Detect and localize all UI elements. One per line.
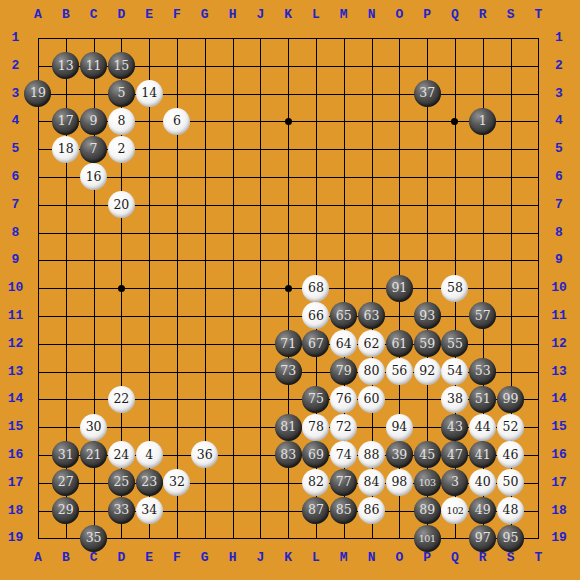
stone-black-29: 29 (52, 497, 79, 524)
stone-white-52: 52 (497, 414, 524, 441)
move-number: 55 (447, 338, 463, 351)
move-number: 59 (419, 338, 435, 351)
move-number: 17 (58, 115, 74, 128)
move-number: 67 (308, 338, 324, 351)
stone-black-61: 61 (386, 330, 413, 357)
move-number: 48 (503, 504, 519, 517)
move-number: 68 (308, 282, 324, 295)
move-number: 89 (419, 504, 435, 517)
move-number: 93 (419, 310, 435, 323)
move-number: 2 (117, 143, 125, 156)
stone-black-63: 63 (358, 302, 385, 329)
move-number: 52 (503, 421, 519, 434)
move-number: 54 (447, 365, 463, 378)
move-number: 103 (419, 478, 436, 488)
move-number: 86 (364, 504, 380, 517)
stone-black-1: 1 (469, 108, 496, 135)
move-number: 60 (364, 393, 380, 406)
move-number: 102 (447, 506, 464, 516)
move-number: 9 (90, 115, 98, 128)
move-number: 35 (86, 532, 102, 545)
stone-white-66: 66 (302, 302, 329, 329)
move-number: 57 (475, 310, 491, 323)
stone-black-59: 59 (414, 330, 441, 357)
move-number: 53 (475, 365, 491, 378)
stone-white-76: 76 (330, 386, 357, 413)
move-number: 83 (280, 449, 296, 462)
stone-white-16: 16 (80, 163, 107, 190)
move-number: 1 (479, 115, 487, 128)
stone-black-53: 53 (469, 358, 496, 385)
stone-black-55: 55 (441, 330, 468, 357)
move-number: 72 (336, 421, 352, 434)
move-number: 41 (475, 449, 491, 462)
stone-white-62: 62 (358, 330, 385, 357)
move-number: 78 (308, 421, 324, 434)
stone-black-11: 11 (80, 52, 107, 79)
stone-black-3: 3 (441, 469, 468, 496)
stone-white-84: 84 (358, 469, 385, 496)
move-number: 80 (364, 365, 380, 378)
move-number: 61 (391, 338, 407, 351)
move-number: 46 (503, 449, 519, 462)
move-number: 84 (364, 476, 380, 489)
move-number: 88 (364, 449, 380, 462)
move-number: 30 (86, 421, 102, 434)
stone-black-71: 71 (275, 330, 302, 357)
stone-white-58: 58 (441, 275, 468, 302)
move-number: 63 (364, 310, 380, 323)
move-number: 81 (280, 421, 296, 434)
move-number: 27 (58, 476, 74, 489)
move-number: 6 (173, 115, 181, 128)
stone-white-2: 2 (108, 136, 135, 163)
move-number: 43 (447, 421, 463, 434)
move-number: 50 (503, 476, 519, 489)
stone-white-18: 18 (52, 136, 79, 163)
move-number: 23 (141, 476, 157, 489)
stone-white-24: 24 (108, 441, 135, 468)
stone-black-35: 35 (80, 525, 107, 552)
move-number: 5 (117, 87, 125, 100)
move-number: 32 (169, 476, 185, 489)
stone-black-37: 37 (414, 80, 441, 107)
stone-white-46: 46 (497, 441, 524, 468)
stone-white-8: 8 (108, 108, 135, 135)
stone-black-5: 5 (108, 80, 135, 107)
move-number: 11 (86, 60, 102, 73)
stone-black-17: 17 (52, 108, 79, 135)
stone-black-43: 43 (441, 414, 468, 441)
move-number: 101 (419, 534, 436, 544)
stone-black-25: 25 (108, 469, 135, 496)
stone-black-19: 19 (24, 80, 51, 107)
stone-black-65: 65 (330, 302, 357, 329)
move-number: 44 (475, 421, 491, 434)
stone-white-64: 64 (330, 330, 357, 357)
move-number: 74 (336, 449, 352, 462)
stone-white-92: 92 (414, 358, 441, 385)
stone-white-102: 102 (441, 497, 468, 524)
move-number: 22 (113, 393, 129, 406)
move-number: 4 (145, 449, 153, 462)
move-number: 18 (58, 143, 74, 156)
move-number: 82 (308, 476, 324, 489)
stone-white-56: 56 (386, 358, 413, 385)
move-number: 65 (336, 310, 352, 323)
move-number: 73 (280, 365, 296, 378)
stone-black-7: 7 (80, 136, 107, 163)
stone-black-23: 23 (136, 469, 163, 496)
move-number: 47 (447, 449, 463, 462)
stone-black-89: 89 (414, 497, 441, 524)
stone-black-15: 15 (108, 52, 135, 79)
move-number: 69 (308, 449, 324, 462)
stone-white-38: 38 (441, 386, 468, 413)
stone-black-41: 41 (469, 441, 496, 468)
stone-white-68: 68 (302, 275, 329, 302)
move-number: 79 (336, 365, 352, 378)
move-number: 16 (86, 171, 102, 184)
stone-white-22: 22 (108, 386, 135, 413)
stone-white-78: 78 (302, 414, 329, 441)
stone-black-81: 81 (275, 414, 302, 441)
stone-black-103: 103 (414, 469, 441, 496)
move-number: 8 (117, 115, 125, 128)
stone-black-67: 67 (302, 330, 329, 357)
move-number: 25 (113, 476, 129, 489)
move-number: 75 (308, 393, 324, 406)
go-kifu-screen: ABCDEFGHJKLMNOPQRST ABCDEFGHJKLMNOPQRST … (0, 0, 580, 580)
move-number: 66 (308, 310, 324, 323)
stone-black-83: 83 (275, 441, 302, 468)
move-number: 29 (58, 504, 74, 517)
move-number: 85 (336, 504, 352, 517)
move-number: 92 (419, 365, 435, 378)
move-number: 64 (336, 338, 352, 351)
move-number: 45 (419, 449, 435, 462)
move-number: 38 (447, 393, 463, 406)
stone-white-36: 36 (191, 441, 218, 468)
stone-black-47: 47 (441, 441, 468, 468)
move-number: 76 (336, 393, 352, 406)
stone-white-30: 30 (80, 414, 107, 441)
move-number: 94 (391, 421, 407, 434)
move-number: 39 (391, 449, 407, 462)
go-board[interactable]: 1234567891113141516171819202122232425272… (24, 24, 552, 552)
move-number: 33 (113, 504, 129, 517)
stone-white-20: 20 (108, 191, 135, 218)
move-number: 7 (90, 143, 98, 156)
move-number: 62 (364, 338, 380, 351)
stone-black-9: 9 (80, 108, 107, 135)
stone-black-93: 93 (414, 302, 441, 329)
stone-black-31: 31 (52, 441, 79, 468)
stone-white-44: 44 (469, 414, 496, 441)
move-number: 98 (391, 476, 407, 489)
stone-white-74: 74 (330, 441, 357, 468)
move-number: 13 (58, 60, 74, 73)
stone-white-6: 6 (163, 108, 190, 135)
move-number: 91 (391, 282, 407, 295)
move-number: 24 (113, 449, 129, 462)
move-number: 21 (86, 449, 102, 462)
stone-white-80: 80 (358, 358, 385, 385)
move-number: 37 (419, 87, 435, 100)
move-number: 19 (30, 87, 46, 100)
move-number: 51 (475, 393, 491, 406)
stone-black-13: 13 (52, 52, 79, 79)
move-number: 20 (113, 199, 129, 212)
stone-black-21: 21 (80, 441, 107, 468)
move-number: 99 (503, 393, 519, 406)
stone-black-75: 75 (302, 386, 329, 413)
stone-white-98: 98 (386, 469, 413, 496)
stone-black-77: 77 (330, 469, 357, 496)
stone-black-69: 69 (302, 441, 329, 468)
stone-black-49: 49 (469, 497, 496, 524)
stone-white-94: 94 (386, 414, 413, 441)
move-number: 71 (280, 338, 296, 351)
stone-black-91: 91 (386, 275, 413, 302)
move-number: 31 (58, 449, 74, 462)
stone-black-95: 95 (497, 525, 524, 552)
stone-white-50: 50 (497, 469, 524, 496)
stone-black-27: 27 (52, 469, 79, 496)
stone-white-14: 14 (136, 80, 163, 107)
move-number: 56 (391, 365, 407, 378)
stone-white-54: 54 (441, 358, 468, 385)
move-number: 36 (197, 449, 213, 462)
stone-black-45: 45 (414, 441, 441, 468)
stone-white-40: 40 (469, 469, 496, 496)
stone-white-34: 34 (136, 497, 163, 524)
move-number: 14 (141, 87, 157, 100)
stone-white-88: 88 (358, 441, 385, 468)
stone-black-51: 51 (469, 386, 496, 413)
stone-white-72: 72 (330, 414, 357, 441)
move-number: 97 (475, 532, 491, 545)
move-number: 3 (451, 476, 459, 489)
stone-white-32: 32 (163, 469, 190, 496)
move-number: 49 (475, 504, 491, 517)
move-number: 95 (503, 532, 519, 545)
stone-white-82: 82 (302, 469, 329, 496)
stone-white-48: 48 (497, 497, 524, 524)
stone-black-97: 97 (469, 525, 496, 552)
move-number: 40 (475, 476, 491, 489)
stone-black-73: 73 (275, 358, 302, 385)
stone-white-60: 60 (358, 386, 385, 413)
move-number: 77 (336, 476, 352, 489)
stone-black-33: 33 (108, 497, 135, 524)
stone-black-85: 85 (330, 497, 357, 524)
move-number: 15 (113, 60, 129, 73)
move-number: 34 (141, 504, 157, 517)
move-number: 58 (447, 282, 463, 295)
stone-black-57: 57 (469, 302, 496, 329)
stone-black-87: 87 (302, 497, 329, 524)
stone-white-86: 86 (358, 497, 385, 524)
stone-black-79: 79 (330, 358, 357, 385)
stone-white-4: 4 (136, 441, 163, 468)
move-number: 87 (308, 504, 324, 517)
stone-black-101: 101 (414, 525, 441, 552)
stone-black-39: 39 (386, 441, 413, 468)
stone-black-99: 99 (497, 386, 524, 413)
